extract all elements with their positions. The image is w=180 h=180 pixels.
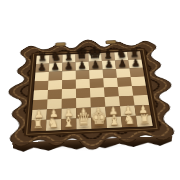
- hinge-right-icon: [106, 40, 116, 44]
- square-c3: [62, 98, 77, 109]
- square-d3: [76, 98, 91, 109]
- square-f3: [105, 96, 120, 107]
- product-photo-scene: ♜♞♝♛♚♝♞♜♟♟♟♟♟♟♟♟♟♟♟♟♟♟♟♟♜♞♝♛♚♝♞♜: [0, 0, 180, 180]
- square-e8: ♚: [88, 53, 102, 62]
- square-e3: [90, 97, 105, 108]
- square-a3: [32, 99, 47, 110]
- square-b3: [47, 99, 62, 110]
- square-g3: [119, 96, 135, 107]
- perspective-stage: ♜♞♝♛♚♝♞♜♟♟♟♟♟♟♟♟♟♟♟♟♟♟♟♟♜♞♝♛♚♝♞♜: [0, 0, 180, 180]
- hinge-left-icon: [56, 42, 66, 46]
- square-h3: [133, 95, 149, 106]
- chess-case: ♜♞♝♛♚♝♞♜♟♟♟♟♟♟♟♟♟♟♟♟♟♟♟♟♜♞♝♛♚♝♞♜: [2, 37, 180, 152]
